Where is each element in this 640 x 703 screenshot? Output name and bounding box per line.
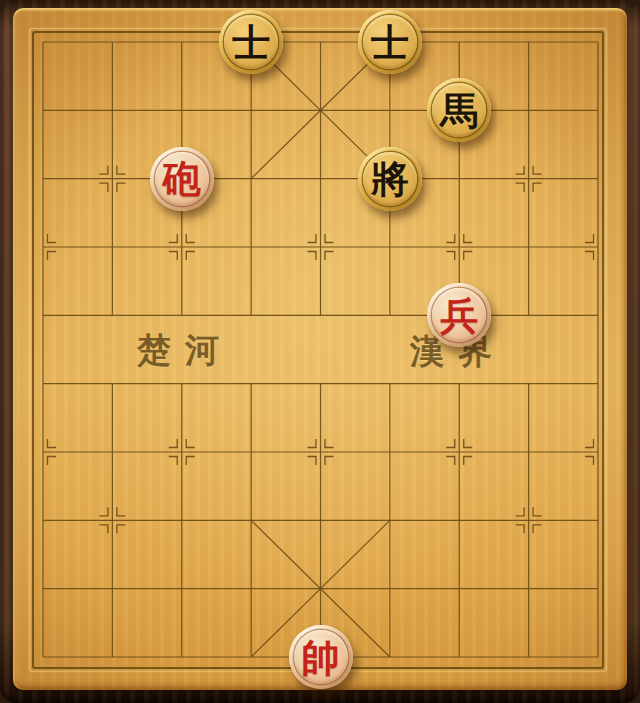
piece-glyph: 士: [371, 23, 409, 62]
pieces-layer: 士士馬砲將兵帥: [0, 0, 640, 703]
piece-face: 士: [363, 15, 417, 69]
piece-face: 士: [224, 15, 278, 69]
piece-black-advisor-left[interactable]: 士: [219, 10, 283, 74]
piece-red-cannon[interactable]: 砲: [150, 147, 214, 211]
piece-glyph: 兵: [440, 296, 478, 335]
piece-glyph: 馬: [440, 91, 478, 130]
piece-glyph: 將: [371, 159, 409, 198]
piece-face: 砲: [155, 152, 209, 206]
piece-glyph: 砲: [163, 159, 201, 198]
piece-glyph: 士: [232, 23, 270, 62]
piece-red-soldier[interactable]: 兵: [427, 283, 491, 347]
piece-red-general[interactable]: 帥: [289, 625, 353, 689]
piece-black-horse[interactable]: 馬: [427, 78, 491, 142]
piece-face: 馬: [432, 83, 486, 137]
piece-face: 將: [363, 152, 417, 206]
xiangqi-app: 楚河 漢界 士士馬砲將兵帥: [0, 0, 640, 703]
piece-face: 帥: [294, 630, 348, 684]
piece-black-general[interactable]: 將: [358, 147, 422, 211]
piece-glyph: 帥: [302, 638, 340, 677]
piece-black-advisor-right[interactable]: 士: [358, 10, 422, 74]
piece-face: 兵: [432, 288, 486, 342]
